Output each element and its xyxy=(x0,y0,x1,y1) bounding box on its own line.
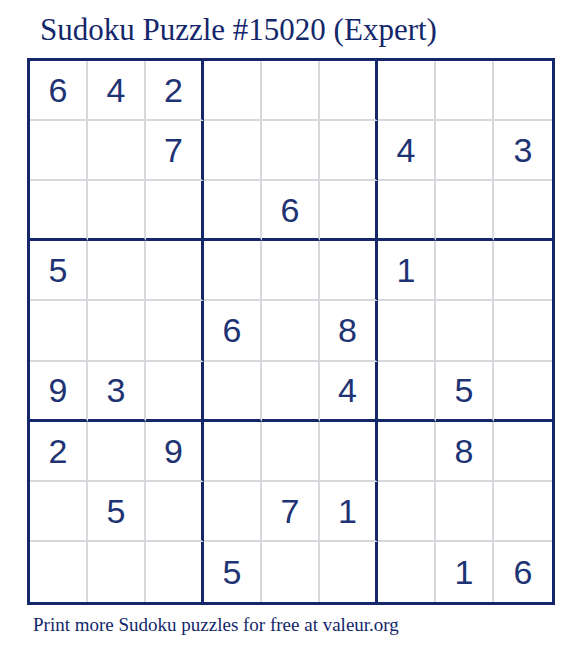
grid-cell-r2c4 xyxy=(204,121,262,181)
grid-cell-r3c6 xyxy=(320,181,378,241)
grid-cell-r6c3 xyxy=(146,362,204,422)
grid-cell-r7c8: 8 xyxy=(436,422,494,482)
grid-cell-r8c8 xyxy=(436,482,494,542)
grid-cell-r5c1 xyxy=(30,301,88,361)
grid-cell-r6c2: 3 xyxy=(88,362,146,422)
grid-cell-r3c5: 6 xyxy=(262,181,320,241)
grid-cell-r9c9: 6 xyxy=(494,542,552,602)
grid-cell-r2c8 xyxy=(436,121,494,181)
grid-cell-r4c2 xyxy=(88,241,146,301)
grid-cell-r3c3 xyxy=(146,181,204,241)
grid-cell-r7c1: 2 xyxy=(30,422,88,482)
grid-cell-r2c7: 4 xyxy=(378,121,436,181)
grid-cell-r1c3: 2 xyxy=(146,61,204,121)
grid-cell-r1c7 xyxy=(378,61,436,121)
page-title: Sudoku Puzzle #15020 (Expert) xyxy=(40,12,437,48)
grid-cell-r6c8: 5 xyxy=(436,362,494,422)
grid-cell-r7c4 xyxy=(204,422,262,482)
grid-cell-r3c7 xyxy=(378,181,436,241)
grid-cell-r2c1 xyxy=(30,121,88,181)
grid-cell-r6c9 xyxy=(494,362,552,422)
grid-cell-r7c6 xyxy=(320,422,378,482)
grid-cell-r3c9 xyxy=(494,181,552,241)
grid-cell-r3c1 xyxy=(30,181,88,241)
grid-cell-r5c3 xyxy=(146,301,204,361)
grid-cell-r9c8: 1 xyxy=(436,542,494,602)
grid-cell-r3c8 xyxy=(436,181,494,241)
grid-cell-r7c7 xyxy=(378,422,436,482)
grid-cell-r6c4 xyxy=(204,362,262,422)
grid-cell-r2c5 xyxy=(262,121,320,181)
grid-cell-r5c8 xyxy=(436,301,494,361)
grid-cell-r1c5 xyxy=(262,61,320,121)
grid-cell-r1c4 xyxy=(204,61,262,121)
grid-cell-r8c1 xyxy=(30,482,88,542)
grid-cell-r6c1: 9 xyxy=(30,362,88,422)
grid-cell-r6c5 xyxy=(262,362,320,422)
grid-cell-r6c7 xyxy=(378,362,436,422)
grid-cell-r3c2 xyxy=(88,181,146,241)
grid-cell-r1c2: 4 xyxy=(88,61,146,121)
grid-cell-r7c5 xyxy=(262,422,320,482)
grid-cell-r2c9: 3 xyxy=(494,121,552,181)
grid-cell-r9c4: 5 xyxy=(204,542,262,602)
page: Sudoku Puzzle #15020 (Expert) 6427436516… xyxy=(0,0,580,651)
grid-cell-r5c5 xyxy=(262,301,320,361)
sudoku-board: 642743651689345298571516 xyxy=(27,58,555,605)
grid-cell-r2c2 xyxy=(88,121,146,181)
grid-cell-r2c3: 7 xyxy=(146,121,204,181)
grid-cell-r4c7: 1 xyxy=(378,241,436,301)
grid-cell-r7c2 xyxy=(88,422,146,482)
grid-cell-r4c5 xyxy=(262,241,320,301)
grid-cell-r7c9 xyxy=(494,422,552,482)
footer-text: Print more Sudoku puzzles for free at va… xyxy=(33,614,399,636)
grid-cell-r1c8 xyxy=(436,61,494,121)
grid-cell-r4c3 xyxy=(146,241,204,301)
grid-cell-r7c3: 9 xyxy=(146,422,204,482)
grid-cell-r8c9 xyxy=(494,482,552,542)
grid-cell-r1c9 xyxy=(494,61,552,121)
grid-cell-r5c7 xyxy=(378,301,436,361)
grid-cell-r9c2 xyxy=(88,542,146,602)
grid-cell-r8c3 xyxy=(146,482,204,542)
grid-cell-r5c4: 6 xyxy=(204,301,262,361)
grid-cell-r8c4 xyxy=(204,482,262,542)
grid-cell-r8c6: 1 xyxy=(320,482,378,542)
grid-cell-r8c7 xyxy=(378,482,436,542)
grid-cell-r1c6 xyxy=(320,61,378,121)
grid-cell-r3c4 xyxy=(204,181,262,241)
grid-cell-r2c6 xyxy=(320,121,378,181)
grid-cell-r8c2: 5 xyxy=(88,482,146,542)
grid-cell-r4c1: 5 xyxy=(30,241,88,301)
grid-cell-r4c8 xyxy=(436,241,494,301)
grid-cell-r9c7 xyxy=(378,542,436,602)
grid-cell-r9c1 xyxy=(30,542,88,602)
grid-cell-r5c2 xyxy=(88,301,146,361)
grid-cell-r9c5 xyxy=(262,542,320,602)
grid-cell-r4c6 xyxy=(320,241,378,301)
grid-cell-r5c6: 8 xyxy=(320,301,378,361)
grid-cell-r5c9 xyxy=(494,301,552,361)
grid-cell-r1c1: 6 xyxy=(30,61,88,121)
grid-cell-r9c6 xyxy=(320,542,378,602)
grid-cell-r8c5: 7 xyxy=(262,482,320,542)
grid-cell-r4c9 xyxy=(494,241,552,301)
grid-cell-r9c3 xyxy=(146,542,204,602)
grid-cell-r4c4 xyxy=(204,241,262,301)
grid-cell-r6c6: 4 xyxy=(320,362,378,422)
